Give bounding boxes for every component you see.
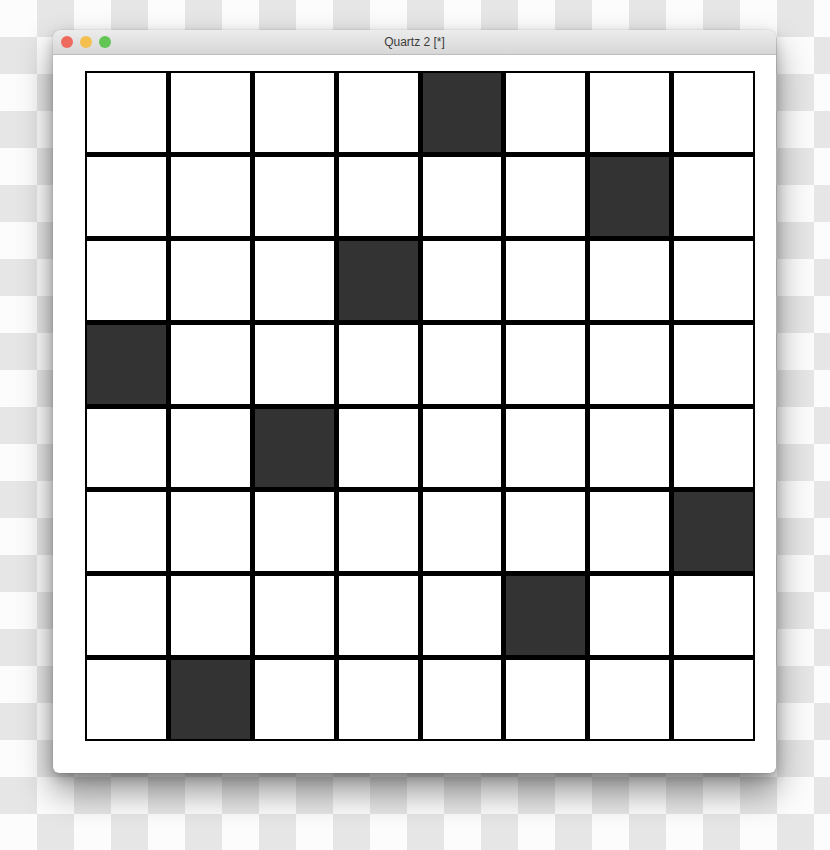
cell-r4c3[interactable]	[255, 325, 334, 404]
cell-r6c8-filled[interactable]	[674, 492, 753, 571]
cell-r4c2[interactable]	[171, 325, 250, 404]
cell-r8c5[interactable]	[423, 660, 502, 739]
cell-r8c4[interactable]	[339, 660, 418, 739]
cell-r4c4[interactable]	[339, 325, 418, 404]
cell-r3c8[interactable]	[674, 241, 753, 320]
minimize-button[interactable]	[80, 36, 92, 48]
puzzle-board	[85, 71, 755, 741]
cell-r5c8[interactable]	[674, 409, 753, 488]
close-button[interactable]	[61, 36, 73, 48]
cell-r8c1[interactable]	[87, 660, 166, 739]
zoom-button[interactable]	[99, 36, 111, 48]
cell-r7c4[interactable]	[339, 576, 418, 655]
cell-r2c5[interactable]	[423, 157, 502, 236]
cell-r7c3[interactable]	[255, 576, 334, 655]
cell-r6c3[interactable]	[255, 492, 334, 571]
cell-r1c7[interactable]	[590, 73, 669, 152]
cell-r3c1[interactable]	[87, 241, 166, 320]
cell-r2c8[interactable]	[674, 157, 753, 236]
cell-r7c1[interactable]	[87, 576, 166, 655]
cell-r3c5[interactable]	[423, 241, 502, 320]
cell-r6c6[interactable]	[506, 492, 585, 571]
cell-r8c6[interactable]	[506, 660, 585, 739]
cell-r5c2[interactable]	[171, 409, 250, 488]
cell-r3c6[interactable]	[506, 241, 585, 320]
cell-r2c2[interactable]	[171, 157, 250, 236]
cell-r1c3[interactable]	[255, 73, 334, 152]
cell-r3c2[interactable]	[171, 241, 250, 320]
cell-r4c6[interactable]	[506, 325, 585, 404]
cell-r6c7[interactable]	[590, 492, 669, 571]
cell-r2c3[interactable]	[255, 157, 334, 236]
cell-r2c7-filled[interactable]	[590, 157, 669, 236]
app-window: Quartz 2 [*]	[53, 30, 776, 773]
cell-r1c8[interactable]	[674, 73, 753, 152]
cell-r5c7[interactable]	[590, 409, 669, 488]
cell-r5c5[interactable]	[423, 409, 502, 488]
transparency-checkerboard-canvas: { "game": "eight-queens", "description":…	[0, 0, 830, 850]
window-titlebar[interactable]: Quartz 2 [*]	[53, 30, 776, 55]
cell-r7c7[interactable]	[590, 576, 669, 655]
cell-r7c8[interactable]	[674, 576, 753, 655]
window-controls	[61, 30, 111, 54]
cell-r1c2[interactable]	[171, 73, 250, 152]
cell-r3c4-filled[interactable]	[339, 241, 418, 320]
cell-r3c3[interactable]	[255, 241, 334, 320]
cell-r7c6-filled[interactable]	[506, 576, 585, 655]
cell-r8c3[interactable]	[255, 660, 334, 739]
cell-r5c6[interactable]	[506, 409, 585, 488]
cell-r5c3-filled[interactable]	[255, 409, 334, 488]
window-title: Quartz 2 [*]	[384, 30, 445, 55]
cell-r2c1[interactable]	[87, 157, 166, 236]
cell-r4c1-filled[interactable]	[87, 325, 166, 404]
cell-r6c4[interactable]	[339, 492, 418, 571]
cell-r1c5-filled[interactable]	[423, 73, 502, 152]
cell-r8c7[interactable]	[590, 660, 669, 739]
cell-r6c2[interactable]	[171, 492, 250, 571]
cell-r4c7[interactable]	[590, 325, 669, 404]
cell-r6c5[interactable]	[423, 492, 502, 571]
cell-r3c7[interactable]	[590, 241, 669, 320]
cell-r6c1[interactable]	[87, 492, 166, 571]
cell-r1c1[interactable]	[87, 73, 166, 152]
cell-r5c4[interactable]	[339, 409, 418, 488]
cell-r7c5[interactable]	[423, 576, 502, 655]
cell-r2c4[interactable]	[339, 157, 418, 236]
cell-r8c2-filled[interactable]	[171, 660, 250, 739]
cell-r2c6[interactable]	[506, 157, 585, 236]
cell-r4c5[interactable]	[423, 325, 502, 404]
cell-r1c6[interactable]	[506, 73, 585, 152]
cell-r8c8[interactable]	[674, 660, 753, 739]
window-content	[53, 55, 776, 772]
cell-r1c4[interactable]	[339, 73, 418, 152]
cell-r4c8[interactable]	[674, 325, 753, 404]
cell-r7c2[interactable]	[171, 576, 250, 655]
cell-r5c1[interactable]	[87, 409, 166, 488]
